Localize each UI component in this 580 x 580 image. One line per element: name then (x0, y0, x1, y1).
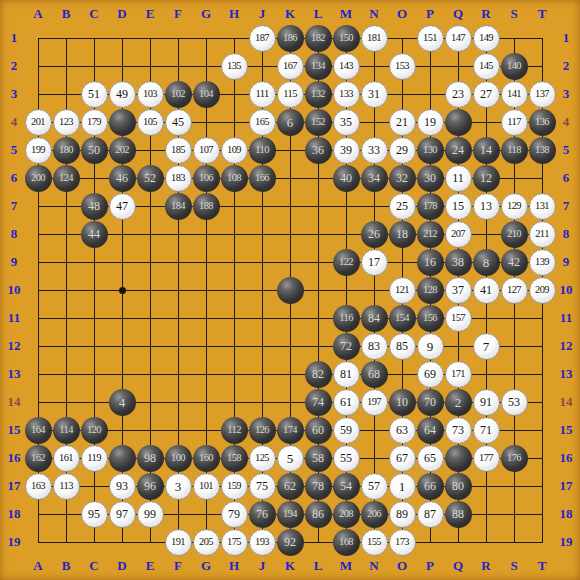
stone-white-93-D17: 93 (109, 473, 136, 500)
move-number: 112 (227, 425, 241, 436)
move-number: 103 (143, 89, 157, 100)
stone-black-176-S16: 176 (501, 445, 528, 472)
move-number: 141 (507, 89, 521, 100)
stone-black-handicap-D4 (109, 109, 136, 136)
move-number: 97 (116, 508, 128, 520)
move-number: 54 (340, 480, 352, 492)
move-number: 72 (340, 340, 352, 352)
stone-black-200-A6: 200 (25, 165, 52, 192)
move-number: 133 (339, 89, 353, 100)
stone-white-99-E18: 99 (137, 501, 164, 528)
stone-white-101-G17: 101 (193, 473, 220, 500)
stone-black-36-L5: 36 (305, 137, 332, 164)
stone-white-183-F6: 183 (165, 165, 192, 192)
stone-white-55-M16: 55 (333, 445, 360, 472)
stone-white-117-S4: 117 (501, 109, 528, 136)
move-number: 5 (287, 452, 294, 465)
row-label-18: 18 (553, 500, 579, 528)
move-number: 139 (535, 257, 549, 268)
row-label-1: 1 (553, 24, 579, 52)
move-number: 26 (368, 228, 380, 240)
move-number: 199 (31, 145, 45, 156)
row-label-14: 14 (553, 388, 579, 416)
move-number: 188 (199, 201, 213, 212)
move-number: 143 (339, 61, 353, 72)
stone-black-64-P15: 64 (417, 417, 444, 444)
stone-black-120-C15: 120 (81, 417, 108, 444)
stone-white-127-S10: 127 (501, 277, 528, 304)
move-number: 3 (175, 480, 182, 493)
col-label-A: A (24, 3, 52, 25)
stone-black-108-H6: 108 (221, 165, 248, 192)
stone-white-179-C4: 179 (81, 109, 108, 136)
move-number: 156 (423, 313, 437, 324)
move-number: 177 (479, 453, 493, 464)
stone-white-173-O19: 173 (389, 529, 416, 556)
move-number: 42 (508, 256, 520, 268)
move-number: 9 (427, 340, 434, 353)
move-number: 209 (535, 285, 549, 296)
move-number: 184 (171, 201, 185, 212)
stone-black-202-D5: 202 (109, 137, 136, 164)
stone-black-24-Q5: 24 (445, 137, 472, 164)
stone-black-84-N11: 84 (361, 305, 388, 332)
stone-black-150-M1: 150 (333, 25, 360, 52)
col-label-C: C (80, 555, 108, 577)
move-number: 159 (227, 481, 241, 492)
row-label-12: 12 (553, 332, 579, 360)
stone-black-138-T5: 138 (529, 137, 556, 164)
stone-black-124-B6: 124 (53, 165, 80, 192)
row-label-8: 8 (553, 220, 579, 248)
move-number: 125 (255, 453, 269, 464)
move-number: 31 (368, 88, 380, 100)
stone-white-11-Q6: 11 (445, 165, 472, 192)
move-number: 57 (368, 480, 380, 492)
move-number: 33 (368, 144, 380, 156)
stone-white-145-R2: 145 (473, 53, 500, 80)
stone-white-19-P4: 19 (417, 109, 444, 136)
move-number: 116 (339, 313, 353, 324)
stone-white-63-O15: 63 (389, 417, 416, 444)
stone-black-156-P11: 156 (417, 305, 444, 332)
stone-black-80-Q17: 80 (445, 473, 472, 500)
move-number: 201 (31, 117, 45, 128)
stone-black-70-P14: 70 (417, 389, 444, 416)
stone-white-83-N12: 83 (361, 333, 388, 360)
stone-black-44-C8: 44 (81, 221, 108, 248)
stone-white-73-Q15: 73 (445, 417, 472, 444)
move-number: 129 (507, 201, 521, 212)
stone-black-14-R5: 14 (473, 137, 500, 164)
move-number: 186 (283, 33, 297, 44)
move-number: 171 (451, 369, 465, 380)
move-number: 36 (312, 144, 324, 156)
stone-black-132-L3: 132 (305, 81, 332, 108)
row-label-6: 6 (553, 164, 579, 192)
move-number: 63 (396, 424, 408, 436)
row-label-16: 16 (553, 444, 579, 472)
col-label-L: L (304, 3, 332, 25)
move-number: 89 (396, 508, 408, 520)
stone-white-167-K2: 167 (277, 53, 304, 80)
stone-white-25-O7: 25 (389, 193, 416, 220)
col-label-R: R (472, 555, 500, 577)
move-number: 7 (483, 340, 490, 353)
move-number: 48 (88, 200, 100, 212)
move-number: 136 (535, 117, 549, 128)
stone-white-75-J17: 75 (249, 473, 276, 500)
move-number: 147 (451, 33, 465, 44)
stone-white-207-Q8: 207 (445, 221, 472, 248)
col-label-H: H (220, 555, 248, 577)
stone-white-119-C16: 119 (81, 445, 108, 472)
move-number: 128 (423, 285, 437, 296)
stone-white-85-O12: 85 (389, 333, 416, 360)
col-label-K: K (276, 3, 304, 25)
move-number: 96 (144, 480, 156, 492)
stone-white-71-R15: 71 (473, 417, 500, 444)
stone-white-59-M15: 59 (333, 417, 360, 444)
stone-white-201-A4: 201 (25, 109, 52, 136)
stone-black-60-L15: 60 (305, 417, 332, 444)
move-number: 106 (199, 173, 213, 184)
stone-white-115-K3: 115 (277, 81, 304, 108)
stone-black-58-L16: 58 (305, 445, 332, 472)
stone-white-31-N3: 31 (361, 81, 388, 108)
col-label-R: R (472, 3, 500, 25)
move-number: 15 (452, 200, 464, 212)
move-number: 127 (507, 285, 521, 296)
stone-white-97-D18: 97 (109, 501, 136, 528)
move-number: 53 (508, 396, 520, 408)
stone-white-137-T3: 137 (529, 81, 556, 108)
stone-black-102-F3: 102 (165, 81, 192, 108)
move-number: 135 (227, 61, 241, 72)
stone-black-66-P17: 66 (417, 473, 444, 500)
stone-black-166-J6: 166 (249, 165, 276, 192)
move-number: 23 (452, 88, 464, 100)
move-number: 84 (368, 312, 380, 324)
stone-white-185-F5: 185 (165, 137, 192, 164)
move-number: 71 (480, 424, 492, 436)
stone-white-139-T9: 139 (529, 249, 556, 276)
move-number: 10 (396, 396, 408, 408)
stone-white-7-R12: 7 (473, 333, 500, 360)
move-number: 138 (535, 145, 549, 156)
stone-black-186-K1: 186 (277, 25, 304, 52)
col-label-T: T (528, 3, 556, 25)
col-label-S: S (500, 3, 528, 25)
stone-black-110-J5: 110 (249, 137, 276, 164)
move-number: 193 (255, 537, 269, 548)
move-number: 181 (367, 33, 381, 44)
col-label-P: P (416, 3, 444, 25)
stone-white-57-N17: 57 (361, 473, 388, 500)
stone-black-160-G16: 160 (193, 445, 220, 472)
move-number: 197 (367, 397, 381, 408)
stone-black-164-A15: 164 (25, 417, 52, 444)
stone-black-152-L4: 152 (305, 109, 332, 136)
move-number: 115 (283, 89, 297, 100)
stone-black-104-G3: 104 (193, 81, 220, 108)
stone-white-163-A17: 163 (25, 473, 52, 500)
move-number: 60 (312, 424, 324, 436)
move-number: 182 (311, 33, 325, 44)
move-number: 110 (255, 145, 269, 156)
stone-black-106-G6: 106 (193, 165, 220, 192)
stone-white-171-Q13: 171 (445, 361, 472, 388)
stone-white-147-Q1: 147 (445, 25, 472, 52)
col-label-D: D (108, 3, 136, 25)
move-number: 174 (283, 425, 297, 436)
stone-black-136-T4: 136 (529, 109, 556, 136)
col-label-J: J (248, 555, 276, 577)
move-number: 178 (423, 201, 437, 212)
stone-black-46-D6: 46 (109, 165, 136, 192)
move-number: 52 (144, 172, 156, 184)
move-number: 153 (395, 61, 409, 72)
stone-white-135-H2: 135 (221, 53, 248, 80)
move-number: 91 (480, 396, 492, 408)
row-label-19: 19 (553, 528, 579, 556)
stone-white-37-Q10: 37 (445, 277, 472, 304)
stone-white-27-R3: 27 (473, 81, 500, 108)
col-label-A: A (24, 555, 52, 577)
move-number: 87 (424, 508, 436, 520)
stone-white-47-D7: 47 (109, 193, 136, 220)
stone-black-18-O8: 18 (389, 221, 416, 248)
top-coordinates: ABCDEFGHJKLMNOPQRST (24, 3, 556, 25)
move-number: 150 (339, 33, 353, 44)
move-number: 164 (31, 425, 45, 436)
move-number: 183 (171, 173, 185, 184)
row-label-7: 7 (553, 192, 579, 220)
stone-white-17-N9: 17 (361, 249, 388, 276)
stone-black-34-N6: 34 (361, 165, 388, 192)
col-label-O: O (388, 3, 416, 25)
stone-black-48-C7: 48 (81, 193, 108, 220)
move-number: 51 (88, 88, 100, 100)
stone-white-69-P13: 69 (417, 361, 444, 388)
move-number: 27 (480, 88, 492, 100)
row-label-15: 15 (553, 416, 579, 444)
stone-white-121-O10: 121 (389, 277, 416, 304)
move-number: 210 (507, 229, 521, 240)
move-number: 206 (367, 509, 381, 520)
move-number: 11 (452, 172, 464, 184)
stone-black-162-A16: 162 (25, 445, 52, 472)
move-number: 38 (452, 256, 464, 268)
move-number: 68 (368, 368, 380, 380)
move-number: 41 (480, 284, 492, 296)
stone-white-89-O18: 89 (389, 501, 416, 528)
stone-white-95-C18: 95 (81, 501, 108, 528)
row-label-11: 11 (553, 304, 579, 332)
stone-white-23-Q3: 23 (445, 81, 472, 108)
move-number: 114 (59, 425, 73, 436)
stone-white-67-O16: 67 (389, 445, 416, 472)
move-number: 6 (287, 116, 294, 129)
col-label-B: B (52, 3, 80, 25)
stone-black-128-P10: 128 (417, 277, 444, 304)
move-number: 73 (452, 424, 464, 436)
col-label-D: D (108, 555, 136, 577)
move-number: 69 (424, 368, 436, 380)
stone-white-149-R1: 149 (473, 25, 500, 52)
move-number: 211 (535, 229, 549, 240)
move-number: 123 (59, 117, 73, 128)
move-number: 78 (312, 480, 324, 492)
stone-black-2-Q14: 2 (445, 389, 472, 416)
stone-black-88-Q18: 88 (445, 501, 472, 528)
stone-black-206-N18: 206 (361, 501, 388, 528)
stone-black-118-S5: 118 (501, 137, 528, 164)
move-number: 81 (340, 368, 352, 380)
stone-white-187-J1: 187 (249, 25, 276, 52)
move-number: 45 (172, 116, 184, 128)
move-number: 25 (396, 200, 408, 212)
col-label-M: M (332, 555, 360, 577)
col-label-F: F (164, 555, 192, 577)
stone-black-208-M18: 208 (333, 501, 360, 528)
stone-black-178-P7: 178 (417, 193, 444, 220)
move-number: 152 (311, 117, 325, 128)
stone-white-181-N1: 181 (361, 25, 388, 52)
stone-white-87-P18: 87 (417, 501, 444, 528)
move-number: 162 (31, 453, 45, 464)
move-number: 145 (479, 61, 493, 72)
row-label-5: 5 (553, 136, 579, 164)
col-label-M: M (332, 3, 360, 25)
move-number: 120 (87, 425, 101, 436)
stone-black-38-Q9: 38 (445, 249, 472, 276)
move-number: 64 (424, 424, 436, 436)
stone-white-105-E4: 105 (137, 109, 164, 136)
move-number: 79 (228, 508, 240, 520)
col-label-Q: Q (444, 3, 472, 25)
move-number: 166 (255, 173, 269, 184)
stone-white-91-R14: 91 (473, 389, 500, 416)
stone-white-45-F4: 45 (165, 109, 192, 136)
move-number: 126 (255, 425, 269, 436)
move-number: 109 (227, 145, 241, 156)
stone-white-113-B17: 113 (53, 473, 80, 500)
stone-black-122-M9: 122 (333, 249, 360, 276)
col-label-P: P (416, 555, 444, 577)
move-number: 37 (452, 284, 464, 296)
move-number: 67 (396, 452, 408, 464)
stone-black-52-E6: 52 (137, 165, 164, 192)
col-label-H: H (220, 3, 248, 25)
move-number: 176 (507, 453, 521, 464)
stone-white-131-T7: 131 (529, 193, 556, 220)
stone-white-111-J3: 111 (249, 81, 276, 108)
move-number: 80 (452, 480, 464, 492)
stone-white-33-N5: 33 (361, 137, 388, 164)
col-label-Q: Q (444, 555, 472, 577)
move-number: 47 (116, 200, 128, 212)
stone-white-151-P1: 151 (417, 25, 444, 52)
move-number: 55 (340, 452, 352, 464)
move-number: 32 (396, 172, 408, 184)
stone-white-211-T8: 211 (529, 221, 556, 248)
stone-white-81-M13: 81 (333, 361, 360, 388)
move-number: 165 (255, 117, 269, 128)
move-number: 118 (507, 145, 521, 156)
stone-white-141-S3: 141 (501, 81, 528, 108)
star-point-d10 (119, 287, 126, 294)
stone-black-handicap-D16 (109, 445, 136, 472)
col-label-E: E (136, 3, 164, 25)
stone-black-10-O14: 10 (389, 389, 416, 416)
stone-white-15-Q7: 15 (445, 193, 472, 220)
stone-white-123-B4: 123 (53, 109, 80, 136)
stone-white-175-H19: 175 (221, 529, 248, 556)
move-number: 105 (143, 117, 157, 128)
row-label-10: 10 (553, 276, 579, 304)
move-number: 154 (395, 313, 409, 324)
move-number: 82 (312, 368, 324, 380)
move-number: 158 (227, 453, 241, 464)
move-number: 160 (199, 453, 213, 464)
move-number: 134 (311, 61, 325, 72)
stone-white-197-N14: 197 (361, 389, 388, 416)
stone-black-112-H15: 112 (221, 417, 248, 444)
stone-black-62-K17: 62 (277, 473, 304, 500)
move-number: 130 (423, 145, 437, 156)
stone-white-53-S14: 53 (501, 389, 528, 416)
stone-white-205-G19: 205 (193, 529, 220, 556)
stone-white-61-M14: 61 (333, 389, 360, 416)
move-number: 12 (480, 172, 492, 184)
stone-black-158-H16: 158 (221, 445, 248, 472)
move-number: 119 (87, 453, 101, 464)
move-number: 1 (399, 480, 406, 493)
col-label-G: G (192, 555, 220, 577)
stone-black-168-M19: 168 (333, 529, 360, 556)
stone-black-40-M6: 40 (333, 165, 360, 192)
go-board: ABCDEFGHJKLMNOPQRST ABCDEFGHJKLMNOPQRST … (0, 0, 580, 580)
col-label-N: N (360, 555, 388, 577)
move-number: 151 (423, 33, 437, 44)
move-number: 74 (312, 396, 324, 408)
move-number: 173 (395, 537, 409, 548)
move-number: 46 (116, 172, 128, 184)
move-number: 76 (256, 508, 268, 520)
move-number: 50 (88, 144, 100, 156)
move-number: 124 (59, 173, 73, 184)
stone-black-116-M11: 116 (333, 305, 360, 332)
move-number: 200 (31, 173, 45, 184)
stone-black-50-C5: 50 (81, 137, 108, 164)
move-number: 95 (88, 508, 100, 520)
stone-black-96-E17: 96 (137, 473, 164, 500)
move-number: 191 (171, 537, 185, 548)
stone-black-74-L14: 74 (305, 389, 332, 416)
move-number: 185 (171, 145, 185, 156)
stone-black-30-P6: 30 (417, 165, 444, 192)
move-number: 208 (339, 509, 353, 520)
stone-white-193-J19: 193 (249, 529, 276, 556)
move-number: 168 (339, 537, 353, 548)
stone-black-184-F7: 184 (165, 193, 192, 220)
move-number: 100 (171, 453, 185, 464)
stones-grid: 1871861821501811511471491351671341431531… (24, 24, 556, 556)
col-label-N: N (360, 3, 388, 25)
move-number: 2 (455, 396, 462, 409)
stone-white-159-H17: 159 (221, 473, 248, 500)
